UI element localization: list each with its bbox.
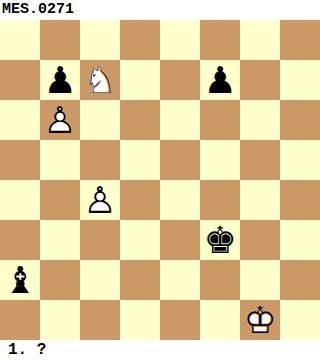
square-c6[interactable] <box>80 100 120 140</box>
square-e3[interactable] <box>160 220 200 260</box>
square-d6[interactable] <box>120 100 160 140</box>
square-h7[interactable] <box>280 60 320 100</box>
square-c2[interactable] <box>80 260 120 300</box>
square-a3[interactable] <box>0 220 40 260</box>
chess-puzzle-view: MES.0271 ♟♞♘♟♟♙♟♙♚♝♚♔ 1. ? <box>0 0 320 360</box>
square-g4[interactable] <box>240 180 280 220</box>
square-a7[interactable] <box>0 60 40 100</box>
square-g7[interactable] <box>240 60 280 100</box>
puzzle-id: MES.0271 <box>0 0 320 20</box>
square-f3[interactable]: ♚ <box>200 220 240 260</box>
square-b1[interactable] <box>40 300 80 340</box>
white-pawn[interactable]: ♙ <box>40 100 80 140</box>
square-h4[interactable] <box>280 180 320 220</box>
square-h6[interactable] <box>280 100 320 140</box>
square-b2[interactable] <box>40 260 80 300</box>
square-a4[interactable] <box>0 180 40 220</box>
square-b7[interactable]: ♟ <box>40 60 80 100</box>
square-a1[interactable] <box>0 300 40 340</box>
square-f7[interactable]: ♟ <box>200 60 240 100</box>
square-h5[interactable] <box>280 140 320 180</box>
square-c3[interactable] <box>80 220 120 260</box>
square-d3[interactable] <box>120 220 160 260</box>
black-pawn[interactable]: ♟ <box>40 60 80 100</box>
move-prompt: 1. ? <box>0 340 320 360</box>
square-b6[interactable]: ♟♙ <box>40 100 80 140</box>
chess-board: ♟♞♘♟♟♙♟♙♚♝♚♔ <box>0 20 320 340</box>
white-knight[interactable]: ♘ <box>80 60 120 100</box>
square-e8[interactable] <box>160 20 200 60</box>
square-c7[interactable]: ♞♘ <box>80 60 120 100</box>
square-h3[interactable] <box>280 220 320 260</box>
square-a6[interactable] <box>0 100 40 140</box>
square-d1[interactable] <box>120 300 160 340</box>
square-f2[interactable] <box>200 260 240 300</box>
square-b5[interactable] <box>40 140 80 180</box>
white-king[interactable]: ♔ <box>240 300 280 340</box>
square-h1[interactable] <box>280 300 320 340</box>
square-d8[interactable] <box>120 20 160 60</box>
black-bishop[interactable]: ♝ <box>0 260 40 300</box>
square-d2[interactable] <box>120 260 160 300</box>
square-g8[interactable] <box>240 20 280 60</box>
square-a8[interactable] <box>0 20 40 60</box>
square-e6[interactable] <box>160 100 200 140</box>
square-f1[interactable] <box>200 300 240 340</box>
square-a5[interactable] <box>0 140 40 180</box>
square-f8[interactable] <box>200 20 240 60</box>
square-a2[interactable]: ♝ <box>0 260 40 300</box>
square-g6[interactable] <box>240 100 280 140</box>
square-f5[interactable] <box>200 140 240 180</box>
square-e2[interactable] <box>160 260 200 300</box>
square-d5[interactable] <box>120 140 160 180</box>
square-e4[interactable] <box>160 180 200 220</box>
square-c4[interactable]: ♟♙ <box>80 180 120 220</box>
square-c1[interactable] <box>80 300 120 340</box>
black-pawn[interactable]: ♟ <box>200 60 240 100</box>
square-f6[interactable] <box>200 100 240 140</box>
square-e5[interactable] <box>160 140 200 180</box>
square-g3[interactable] <box>240 220 280 260</box>
square-h2[interactable] <box>280 260 320 300</box>
white-pawn[interactable]: ♙ <box>80 180 120 220</box>
square-d4[interactable] <box>120 180 160 220</box>
square-g5[interactable] <box>240 140 280 180</box>
square-b3[interactable] <box>40 220 80 260</box>
square-f4[interactable] <box>200 180 240 220</box>
square-h8[interactable] <box>280 20 320 60</box>
square-g2[interactable] <box>240 260 280 300</box>
square-b8[interactable] <box>40 20 80 60</box>
square-c8[interactable] <box>80 20 120 60</box>
black-king[interactable]: ♚ <box>200 220 240 260</box>
square-e7[interactable] <box>160 60 200 100</box>
square-c5[interactable] <box>80 140 120 180</box>
square-d7[interactable] <box>120 60 160 100</box>
square-b4[interactable] <box>40 180 80 220</box>
square-e1[interactable] <box>160 300 200 340</box>
square-g1[interactable]: ♚♔ <box>240 300 280 340</box>
